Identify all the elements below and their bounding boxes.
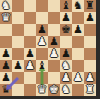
square-b8[interactable] bbox=[12, 0, 24, 12]
page-background: ♞♝♞♜♛♟♟♟♚♟♟♟♟♟♟♟♟♟♟♝♞♟♟♟♟♛♛♚♞♜ bbox=[0, 0, 100, 99]
white-king-e1[interactable]: ♚ bbox=[48, 84, 60, 96]
square-e8[interactable] bbox=[48, 0, 60, 12]
black-knight-g8[interactable]: ♞ bbox=[72, 0, 84, 12]
square-c1[interactable] bbox=[24, 84, 36, 96]
square-d8[interactable] bbox=[36, 0, 48, 12]
square-c7[interactable] bbox=[24, 12, 36, 24]
white-queen-a7[interactable]: ♛ bbox=[0, 12, 12, 24]
square-b6[interactable] bbox=[12, 24, 24, 36]
square-h6[interactable] bbox=[84, 24, 96, 36]
square-e7[interactable] bbox=[48, 12, 60, 24]
square-h4[interactable] bbox=[84, 48, 96, 60]
square-b7[interactable] bbox=[12, 12, 24, 24]
white-pawn-d5[interactable]: ♟ bbox=[36, 36, 48, 48]
black-pawn-h7[interactable]: ♟ bbox=[84, 12, 96, 24]
square-c8[interactable] bbox=[24, 0, 36, 12]
white-pawn-c3[interactable]: ♟ bbox=[24, 60, 36, 72]
square-g1[interactable] bbox=[72, 84, 84, 96]
white-rook-h1[interactable]: ♜ bbox=[84, 84, 96, 96]
black-king-f6[interactable]: ♚ bbox=[60, 24, 72, 36]
square-c2[interactable] bbox=[24, 72, 36, 84]
white-queen-d1[interactable]: ♛ bbox=[36, 84, 48, 96]
square-b5[interactable] bbox=[12, 36, 24, 48]
square-h5[interactable] bbox=[84, 36, 96, 48]
black-pawn-b3[interactable]: ♟ bbox=[12, 60, 24, 72]
white-pawn-e4[interactable]: ♟ bbox=[48, 48, 60, 60]
square-b1[interactable] bbox=[12, 84, 24, 96]
black-bishop-d3[interactable]: ♝ bbox=[36, 60, 48, 72]
white-knight-f1[interactable]: ♞ bbox=[60, 84, 72, 96]
square-a6[interactable] bbox=[0, 24, 12, 36]
square-g5[interactable] bbox=[72, 36, 84, 48]
black-pawn-g6[interactable]: ♟ bbox=[72, 24, 84, 36]
square-e3[interactable] bbox=[48, 60, 60, 72]
black-queen-a1[interactable]: ♛ bbox=[0, 84, 12, 96]
square-c6[interactable] bbox=[24, 24, 36, 36]
white-pawn-g2[interactable]: ♟ bbox=[72, 72, 84, 84]
square-g4[interactable] bbox=[72, 48, 84, 60]
chess-board[interactable]: ♞♝♞♜♛♟♟♟♚♟♟♟♟♟♟♟♟♟♟♝♞♟♟♟♟♛♛♚♞♜ bbox=[0, 0, 96, 96]
square-b2[interactable] bbox=[12, 72, 24, 84]
